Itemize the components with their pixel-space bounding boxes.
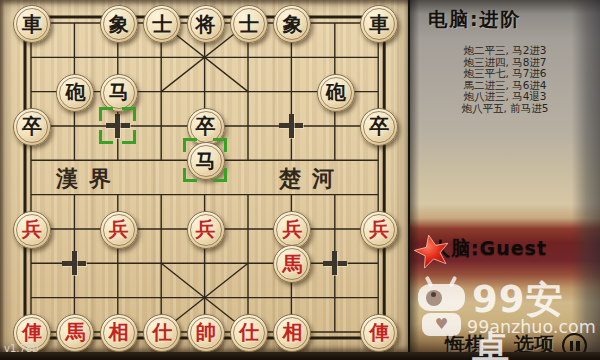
piece-black-将[interactable]: 将 (187, 5, 225, 43)
piece-black-象[interactable]: 象 (100, 5, 138, 43)
piece-glyph: 仕 (239, 322, 259, 342)
piece-red-兵[interactable]: 兵 (187, 211, 225, 249)
piece-red-仕[interactable]: 仕 (143, 314, 181, 352)
piece-glyph: 車 (22, 14, 42, 34)
piece-glyph: 兵 (369, 219, 389, 239)
piece-glyph: 将 (196, 14, 216, 34)
xiangqi-board[interactable]: 漢界 楚河 車象士将士象車砲马砲卒卒卒马兵兵兵兵兵馬俥馬相仕帥仕相俥 v1.78… (0, 0, 410, 352)
piece-red-帥[interactable]: 帥 (187, 314, 225, 352)
piece-glyph: 馬 (65, 322, 85, 342)
piece-glyph: 士 (152, 14, 172, 34)
piece-black-卒[interactable]: 卒 (360, 108, 398, 146)
piece-glyph: 卒 (369, 116, 389, 136)
piece-glyph: 卒 (196, 116, 216, 136)
computer-level-label: 电脑:进阶 (428, 7, 522, 33)
piece-glyph: 兵 (282, 219, 302, 239)
piece-red-俥[interactable]: 俥 (360, 314, 398, 352)
human-player-label: 人脑:Guest (431, 236, 547, 262)
move-line: 炮二平三, 马2进3 (410, 45, 600, 57)
piece-black-車[interactable]: 車 (360, 5, 398, 43)
piece-glyph: 象 (282, 14, 302, 34)
piece-black-卒[interactable]: 卒 (187, 108, 225, 146)
piece-black-士[interactable]: 士 (143, 5, 181, 43)
turn-star-icon (413, 232, 451, 270)
piece-black-砲[interactable]: 砲 (56, 74, 94, 112)
piece-glyph: 馬 (282, 254, 302, 274)
piece-glyph: 俥 (22, 322, 42, 342)
side-panel: 电脑:进阶 炮二平三, 马2进3炮三进四, 马8进7炮三平七, 马7进6馬二进三… (408, 0, 600, 352)
piece-red-兵[interactable]: 兵 (360, 211, 398, 249)
board-point-marker (62, 251, 86, 275)
app-screen: 漢界 楚河 車象士将士象車砲马砲卒卒卒马兵兵兵兵兵馬俥馬相仕帥仕相俥 v1.78… (0, 0, 600, 360)
version-label: v1.78b (4, 343, 39, 354)
board-point-marker (323, 251, 347, 275)
piece-glyph: 兵 (22, 219, 42, 239)
piece-glyph: 兵 (109, 219, 129, 239)
move-line: 炮八平五, 前马进5 (410, 103, 600, 115)
piece-black-马[interactable]: 马 (187, 142, 225, 180)
board-point-marker (279, 114, 303, 138)
river-label-han: 漢界 (56, 164, 122, 194)
piece-glyph: 兵 (196, 219, 216, 239)
piece-glyph: 仕 (152, 322, 172, 342)
piece-glyph: 砲 (326, 82, 346, 102)
piece-glyph: 士 (239, 14, 259, 34)
piece-black-卒[interactable]: 卒 (13, 108, 51, 146)
piece-glyph: 相 (282, 322, 302, 342)
piece-red-兵[interactable]: 兵 (100, 211, 138, 249)
piece-glyph: 象 (109, 14, 129, 34)
board-point-marker (106, 114, 130, 138)
piece-glyph: 马 (109, 82, 129, 102)
piece-glyph: 帥 (196, 322, 216, 342)
piece-black-马[interactable]: 马 (100, 74, 138, 112)
piece-glyph: 卒 (22, 116, 42, 136)
piece-black-車[interactable]: 車 (13, 5, 51, 43)
piece-black-砲[interactable]: 砲 (317, 74, 355, 112)
bottom-strip (0, 352, 600, 360)
piece-black-士[interactable]: 士 (230, 5, 268, 43)
piece-glyph: 马 (196, 151, 216, 171)
piece-glyph: 砲 (65, 82, 85, 102)
river-label-chu: 楚河 (279, 164, 345, 194)
piece-glyph: 相 (109, 322, 129, 342)
piece-red-相[interactable]: 相 (100, 314, 138, 352)
piece-glyph: 車 (369, 14, 389, 34)
move-list: 炮二平三, 马2进3炮三进四, 马8进7炮三平七, 马7进6馬二进三, 马6进4… (410, 45, 600, 115)
piece-red-仕[interactable]: 仕 (230, 314, 268, 352)
piece-glyph: 俥 (369, 322, 389, 342)
piece-red-兵[interactable]: 兵 (13, 211, 51, 249)
